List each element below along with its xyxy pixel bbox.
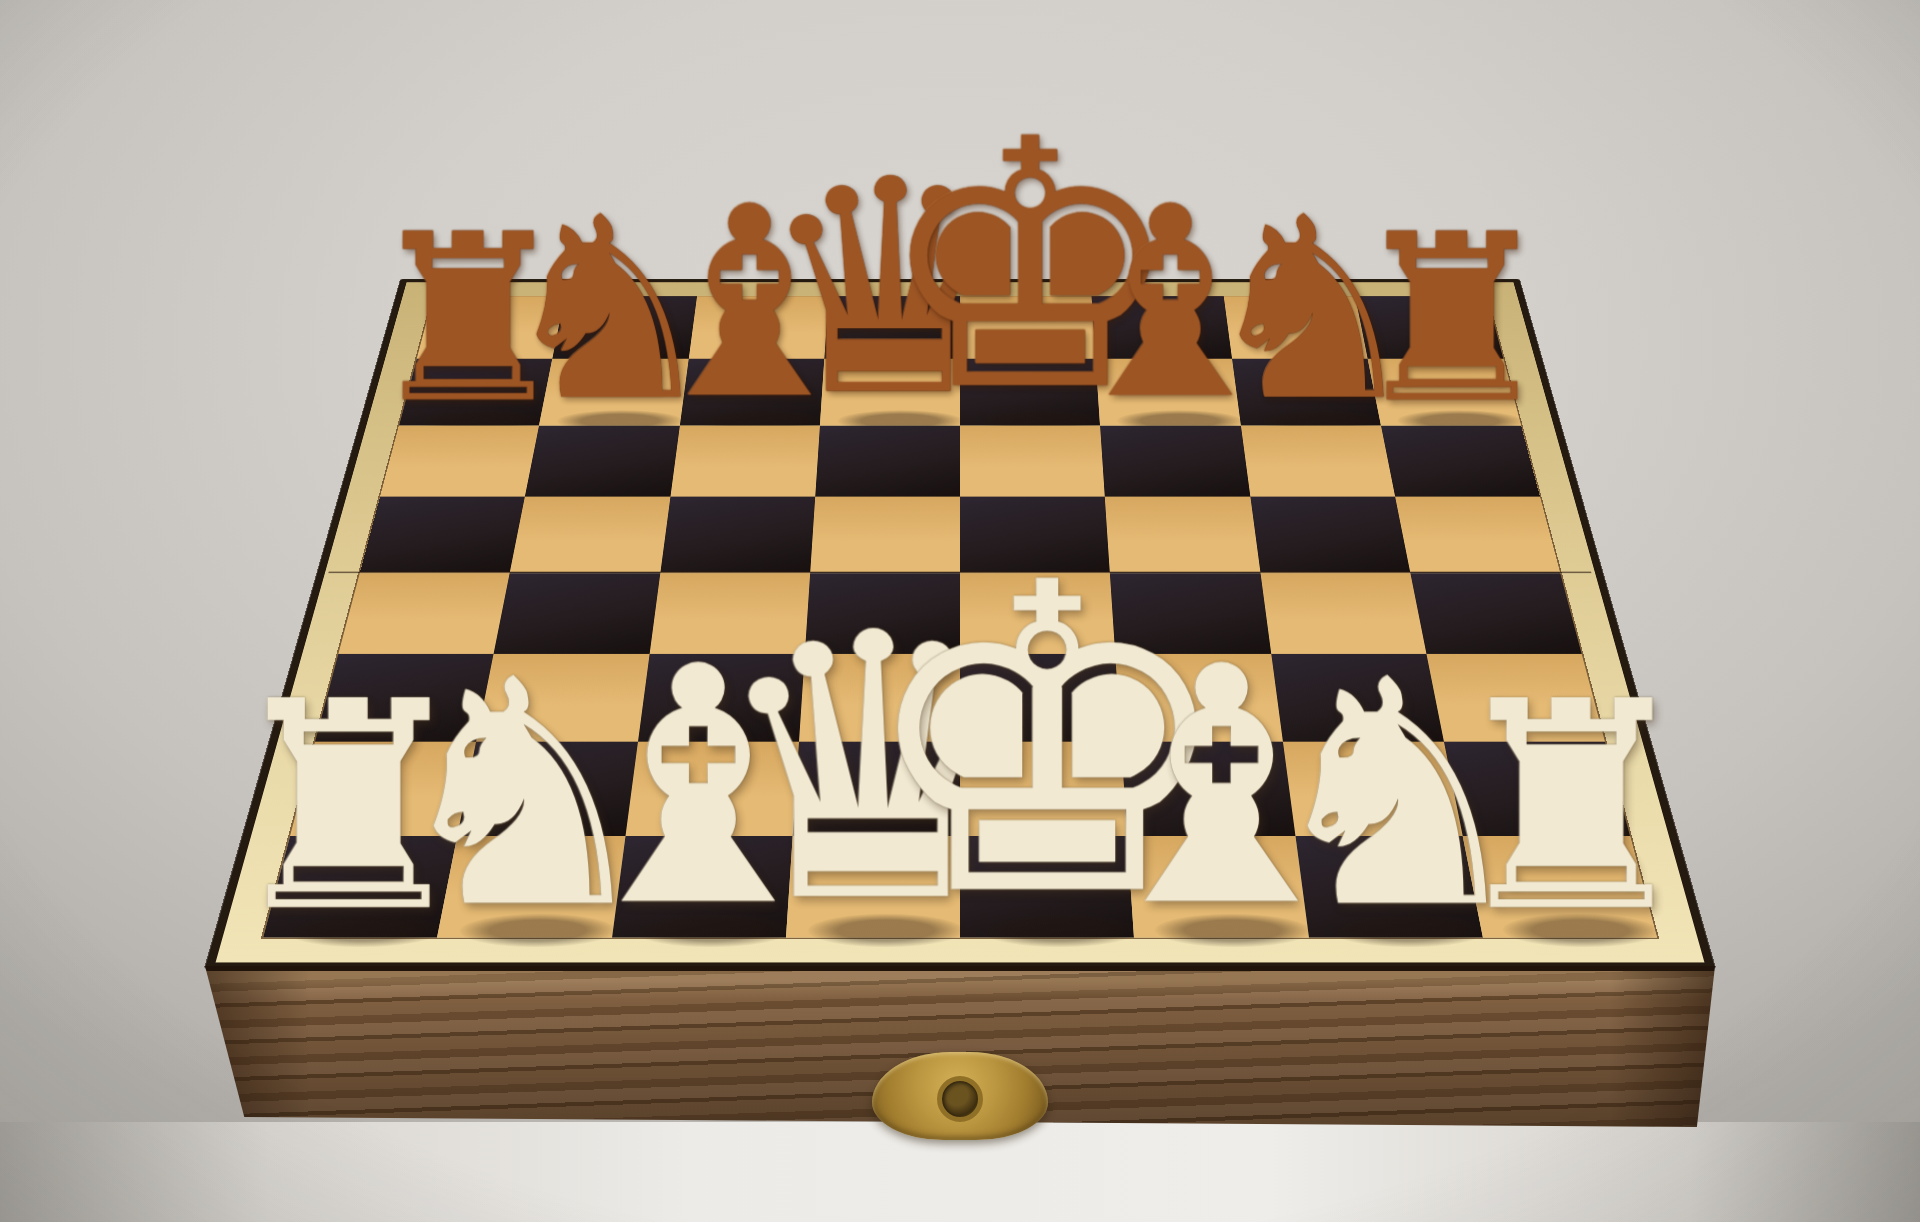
square-g3 — [1271, 654, 1444, 742]
square-c6 — [670, 425, 820, 496]
square-g1: ♞ — [1295, 836, 1483, 938]
square-a8 — [417, 296, 565, 358]
square-b5 — [510, 496, 670, 572]
square-h8 — [1355, 296, 1503, 358]
square-g4 — [1260, 572, 1426, 653]
square-f5 — [1105, 496, 1260, 572]
square-d1: ♛ — [786, 836, 960, 938]
square-b7: ♞ — [539, 359, 688, 426]
square-a1: ♜ — [263, 836, 458, 938]
square-h5 — [1395, 496, 1560, 572]
square-f1: ♝ — [1127, 836, 1308, 938]
piece-shadow — [457, 914, 618, 948]
square-d2 — [793, 741, 960, 835]
square-a7: ♜ — [399, 359, 552, 426]
square-d6 — [815, 425, 960, 496]
square-e1: ♚ — [960, 836, 1134, 938]
square-e5 — [960, 496, 1110, 572]
square-f2 — [1121, 741, 1295, 835]
square-a3 — [315, 654, 494, 742]
square-f4 — [1110, 572, 1271, 653]
square-d4 — [805, 572, 960, 653]
piece-shadow — [981, 914, 1138, 948]
piece-shadow — [282, 914, 445, 948]
playing-grid: ♜♞♝♛♚♝♞♜♜♞♝♛♚♝♞♜ — [261, 296, 1659, 939]
square-e7: ♚ — [960, 359, 1100, 426]
square-b8 — [552, 296, 696, 358]
square-d8 — [824, 296, 960, 358]
square-h1: ♜ — [1462, 836, 1657, 938]
square-c5 — [660, 496, 815, 572]
square-g5 — [1250, 496, 1410, 572]
square-c1: ♝ — [612, 836, 793, 938]
piece-shadow — [1327, 914, 1488, 948]
square-e3 — [960, 654, 1121, 742]
square-d3 — [799, 654, 960, 742]
photo-scene: ♜♞♝♛♚♝♞♜♜♞♝♛♚♝♞♜ — [0, 0, 1920, 1222]
square-f3 — [1115, 654, 1282, 742]
square-b3 — [476, 654, 649, 742]
square-e4 — [960, 572, 1115, 653]
square-b2 — [458, 741, 638, 835]
board-top-margin: ♜♞♝♛♚♝♞♜♜♞♝♛♚♝♞♜ — [205, 279, 1715, 968]
piece-shadow — [1154, 914, 1313, 948]
square-b6 — [525, 425, 679, 496]
square-g6 — [1241, 425, 1395, 496]
piece-shadow — [632, 914, 791, 948]
square-a2 — [290, 741, 476, 835]
square-e6 — [960, 425, 1105, 496]
square-c4 — [649, 572, 810, 653]
square-h7: ♜ — [1368, 359, 1521, 426]
square-e8 — [960, 296, 1096, 358]
square-d7: ♛ — [820, 359, 960, 426]
square-c7: ♝ — [679, 359, 824, 426]
piece-shadow — [807, 914, 964, 948]
square-h4 — [1410, 572, 1582, 653]
square-a5 — [360, 496, 525, 572]
brass-clasp — [872, 1052, 1048, 1140]
square-e2 — [960, 741, 1127, 835]
piece-shadow — [1499, 914, 1663, 948]
square-c8 — [688, 296, 828, 358]
hinge-seam — [328, 571, 1592, 574]
square-b4 — [494, 572, 660, 653]
square-a4 — [338, 572, 510, 653]
square-b1: ♞ — [437, 836, 625, 938]
square-f7: ♝ — [1096, 359, 1241, 426]
square-f8 — [1092, 296, 1232, 358]
square-d5 — [810, 496, 960, 572]
square-g8 — [1223, 296, 1367, 358]
square-h2 — [1444, 741, 1630, 835]
square-g2 — [1282, 741, 1462, 835]
square-h3 — [1426, 654, 1605, 742]
square-h6 — [1381, 425, 1540, 496]
square-a6 — [380, 425, 539, 496]
square-c3 — [638, 654, 805, 742]
piece-brown-king-e7: ♚ — [877, 104, 1184, 430]
square-c2 — [625, 741, 799, 835]
square-f6 — [1100, 425, 1250, 496]
square-g7: ♞ — [1232, 359, 1381, 426]
chess-board: ♜♞♝♛♚♝♞♜♜♞♝♛♚♝♞♜ — [205, 279, 1715, 968]
keyhole-icon — [937, 1076, 983, 1122]
